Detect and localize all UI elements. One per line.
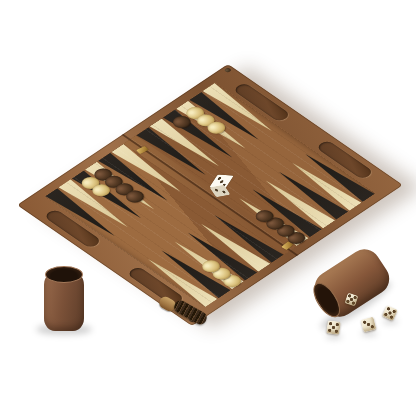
- cup-opening: [45, 266, 83, 283]
- dice-cup-right[interactable]: [309, 243, 396, 322]
- die-loose[interactable]: [326, 320, 341, 335]
- dice-cup-left[interactable]: [44, 272, 84, 331]
- die-front-face-2: [210, 185, 231, 198]
- die-on-board[interactable]: [211, 175, 232, 197]
- die-loose[interactable]: [382, 305, 398, 321]
- product-photo-backgammon: { "game": "backgammon", "scene": "Folded…: [0, 0, 416, 416]
- die-shadow: [326, 334, 342, 339]
- die-loose[interactable]: [361, 317, 377, 333]
